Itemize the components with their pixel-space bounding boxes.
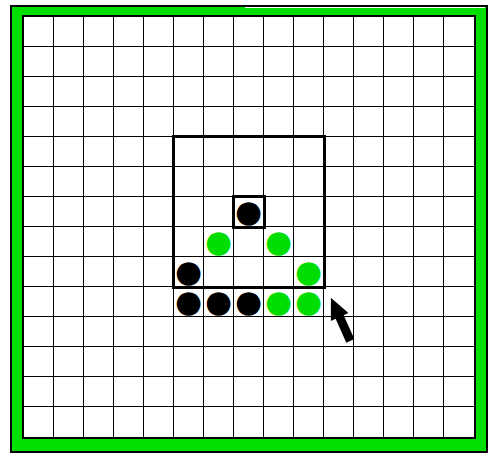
board-cell[interactable]: [54, 167, 84, 197]
board-cell[interactable]: [294, 377, 324, 407]
board-cell[interactable]: [144, 407, 174, 437]
board-cell[interactable]: [414, 377, 444, 407]
board-cell[interactable]: [54, 77, 84, 107]
green-stone: ●: [294, 285, 323, 315]
board-cell[interactable]: [234, 317, 264, 347]
green-stone: ●: [264, 225, 293, 255]
board-cell[interactable]: [24, 227, 54, 257]
board-cell[interactable]: [384, 407, 414, 437]
board-cell[interactable]: [264, 377, 294, 407]
board-cell[interactable]: [444, 407, 474, 437]
board-cell[interactable]: [324, 47, 354, 77]
board-cell[interactable]: [444, 47, 474, 77]
board-cell[interactable]: [114, 317, 144, 347]
board-cell[interactable]: [84, 77, 114, 107]
board-cell[interactable]: [324, 197, 354, 227]
board-cell[interactable]: [174, 167, 204, 197]
board-cell[interactable]: [84, 227, 114, 257]
board-cell[interactable]: [204, 347, 234, 377]
board-cell[interactable]: [354, 197, 384, 227]
board-cell[interactable]: [414, 137, 444, 167]
board-cell[interactable]: [234, 107, 264, 137]
board-cell[interactable]: [84, 17, 114, 47]
board-cell[interactable]: [294, 407, 324, 437]
board-cell[interactable]: [174, 377, 204, 407]
board-cell[interactable]: [54, 347, 84, 377]
board-cell[interactable]: [234, 227, 264, 257]
board-cell[interactable]: ●: [234, 197, 264, 227]
board-cell[interactable]: [354, 167, 384, 197]
board-cell[interactable]: [204, 107, 234, 137]
board-cell[interactable]: [114, 107, 144, 137]
board-cell[interactable]: [54, 377, 84, 407]
board-cell[interactable]: [384, 17, 414, 47]
board-cell[interactable]: [324, 137, 354, 167]
board-cell[interactable]: [114, 17, 144, 47]
board-cell[interactable]: [174, 47, 204, 77]
board-cell[interactable]: [444, 167, 474, 197]
board-cell[interactable]: [234, 347, 264, 377]
board-cell[interactable]: [114, 47, 144, 77]
board-cell[interactable]: [174, 77, 204, 107]
board-cell[interactable]: [384, 47, 414, 77]
board-cell[interactable]: [204, 77, 234, 107]
board-cell[interactable]: [114, 407, 144, 437]
board-cell[interactable]: [414, 167, 444, 197]
board-cell[interactable]: [144, 137, 174, 167]
board-cell[interactable]: [354, 257, 384, 287]
board-cell[interactable]: [24, 167, 54, 197]
board-cell[interactable]: [264, 17, 294, 47]
board-cell[interactable]: [54, 287, 84, 317]
board-cell[interactable]: [84, 287, 114, 317]
board-cell[interactable]: [54, 107, 84, 137]
board-cell[interactable]: [84, 377, 114, 407]
board-cell[interactable]: [324, 317, 354, 347]
board-cell[interactable]: ●: [294, 287, 324, 317]
board-cell[interactable]: [294, 77, 324, 107]
board-cell[interactable]: [144, 347, 174, 377]
board-cell[interactable]: [144, 197, 174, 227]
board-cell[interactable]: [204, 317, 234, 347]
board-cell[interactable]: [414, 407, 444, 437]
green-stone: ●: [264, 285, 293, 315]
board-cell[interactable]: [144, 227, 174, 257]
board-cell[interactable]: [384, 227, 414, 257]
board-cell[interactable]: [144, 77, 174, 107]
board-cell[interactable]: [414, 17, 444, 47]
board-cell[interactable]: [24, 287, 54, 317]
board-cell[interactable]: [444, 137, 474, 167]
board-cell[interactable]: [24, 17, 54, 47]
board-cell[interactable]: [204, 167, 234, 197]
board-cell[interactable]: [24, 77, 54, 107]
board-cell[interactable]: [324, 287, 354, 317]
board-cell[interactable]: [54, 197, 84, 227]
board-cell[interactable]: [114, 377, 144, 407]
board-cell[interactable]: [84, 137, 114, 167]
board-cell[interactable]: [174, 137, 204, 167]
board-cell[interactable]: [354, 287, 384, 317]
board-cell[interactable]: ●: [264, 287, 294, 317]
board-cell[interactable]: [354, 317, 384, 347]
board-cell[interactable]: [354, 17, 384, 47]
board-cell[interactable]: [294, 17, 324, 47]
board-cell[interactable]: [324, 347, 354, 377]
board-cell[interactable]: [234, 377, 264, 407]
board-cell[interactable]: [294, 47, 324, 77]
board-cell[interactable]: [234, 77, 264, 107]
board-cell[interactable]: ●: [174, 287, 204, 317]
board-cell[interactable]: [54, 317, 84, 347]
board-cell[interactable]: [24, 197, 54, 227]
board-cell[interactable]: [324, 107, 354, 137]
board-cell[interactable]: [114, 227, 144, 257]
board-cell[interactable]: [444, 197, 474, 227]
board-cell[interactable]: [144, 167, 174, 197]
board-cell[interactable]: [444, 107, 474, 137]
board-cell[interactable]: [444, 347, 474, 377]
board-cell[interactable]: [114, 197, 144, 227]
board-cell[interactable]: [54, 227, 84, 257]
board-cell[interactable]: [144, 47, 174, 77]
board-cell[interactable]: [84, 197, 114, 227]
board-cell[interactable]: [354, 107, 384, 137]
board-cell[interactable]: [114, 287, 144, 317]
board-cell[interactable]: [84, 317, 114, 347]
board-cell[interactable]: [204, 47, 234, 77]
board-cell[interactable]: [174, 407, 204, 437]
board-cell[interactable]: [54, 257, 84, 287]
board-cell[interactable]: [204, 407, 234, 437]
board-cell[interactable]: [24, 257, 54, 287]
board-cell[interactable]: [24, 47, 54, 77]
board-cell[interactable]: [84, 107, 114, 137]
black-stone: ●: [174, 255, 203, 285]
board-cell[interactable]: [204, 137, 234, 167]
board-cell[interactable]: [84, 47, 114, 77]
board-cell[interactable]: [264, 167, 294, 197]
board-cell[interactable]: [444, 77, 474, 107]
board-cell[interactable]: [414, 197, 444, 227]
board-cell[interactable]: [144, 257, 174, 287]
board-cell[interactable]: [384, 257, 414, 287]
board-cell[interactable]: [84, 257, 114, 287]
board-cell[interactable]: [414, 227, 444, 257]
board-cell[interactable]: [294, 137, 324, 167]
board-cell[interactable]: [264, 317, 294, 347]
board-cell[interactable]: [24, 347, 54, 377]
board-cell[interactable]: [384, 377, 414, 407]
board-cell[interactable]: [264, 47, 294, 77]
board-cell[interactable]: [414, 347, 444, 377]
board-cell[interactable]: [384, 77, 414, 107]
board-cell[interactable]: [24, 137, 54, 167]
board-cell[interactable]: [174, 17, 204, 47]
board-cell[interactable]: [264, 347, 294, 377]
green-stone: ●: [204, 225, 233, 255]
board-cell[interactable]: [294, 167, 324, 197]
board-cell[interactable]: [114, 167, 144, 197]
board-cell[interactable]: [324, 167, 354, 197]
board-cell[interactable]: [204, 377, 234, 407]
board-cell[interactable]: [414, 317, 444, 347]
black-stone: ●: [234, 195, 263, 225]
board-cell[interactable]: [54, 407, 84, 437]
board-cell[interactable]: [444, 377, 474, 407]
board-cell[interactable]: [414, 77, 444, 107]
board-cell[interactable]: [174, 197, 204, 227]
board-cell[interactable]: [54, 17, 84, 47]
board-cell[interactable]: [234, 407, 264, 437]
board-cell[interactable]: [384, 317, 414, 347]
board-cell[interactable]: [234, 17, 264, 47]
board-cell[interactable]: [144, 17, 174, 47]
board-cell[interactable]: [144, 107, 174, 137]
frame-artifact-line: [245, 7, 485, 8]
board-cell[interactable]: [114, 77, 144, 107]
board-cell[interactable]: [174, 347, 204, 377]
board-cell[interactable]: [444, 287, 474, 317]
board-cell[interactable]: [174, 107, 204, 137]
app-window: ●●●●●●●●●●: [0, 0, 490, 458]
board-cell[interactable]: [294, 107, 324, 137]
board-cell[interactable]: [354, 377, 384, 407]
board-grid[interactable]: ●●●●●●●●●●: [22, 15, 476, 439]
board-cell[interactable]: [264, 407, 294, 437]
board-cell[interactable]: [324, 407, 354, 437]
board-cell[interactable]: [84, 347, 114, 377]
board-cell[interactable]: [444, 17, 474, 47]
board-cell[interactable]: [384, 347, 414, 377]
board-cell[interactable]: [324, 257, 354, 287]
board-cell[interactable]: [384, 287, 414, 317]
board-cell[interactable]: [24, 317, 54, 347]
board-cell[interactable]: [354, 77, 384, 107]
board-cell[interactable]: [54, 47, 84, 77]
board-cell[interactable]: [234, 137, 264, 167]
board-cell[interactable]: [384, 107, 414, 137]
board-cell[interactable]: [324, 17, 354, 47]
board-cell[interactable]: [264, 137, 294, 167]
board-cell[interactable]: [414, 107, 444, 137]
board-cell[interactable]: [414, 47, 444, 77]
board-cell[interactable]: [24, 407, 54, 437]
board-cell[interactable]: [354, 407, 384, 437]
board-cell[interactable]: [24, 377, 54, 407]
board-cell[interactable]: [204, 17, 234, 47]
board-cell[interactable]: ●: [204, 227, 234, 257]
board-cell[interactable]: [324, 77, 354, 107]
board-cell[interactable]: [84, 167, 114, 197]
board-cell[interactable]: [414, 287, 444, 317]
board-cell[interactable]: [264, 77, 294, 107]
board-cell[interactable]: [114, 347, 144, 377]
board-cell[interactable]: [384, 197, 414, 227]
board-cell[interactable]: [234, 47, 264, 77]
board-cell[interactable]: [444, 257, 474, 287]
board-cell[interactable]: [324, 377, 354, 407]
board-cell[interactable]: [144, 317, 174, 347]
black-stone: ●: [234, 285, 263, 315]
board-cell[interactable]: [354, 47, 384, 77]
board-cell[interactable]: [444, 317, 474, 347]
board-cell[interactable]: [84, 407, 114, 437]
board-cells: ●●●●●●●●●●: [24, 17, 474, 437]
board-cell[interactable]: [354, 347, 384, 377]
board-cell[interactable]: [384, 167, 414, 197]
board-cell[interactable]: ●: [234, 287, 264, 317]
board-cell[interactable]: [324, 227, 354, 257]
board-cell[interactable]: [144, 287, 174, 317]
green-stone: ●: [294, 255, 323, 285]
board-cell[interactable]: [114, 137, 144, 167]
board-cell[interactable]: [354, 227, 384, 257]
board-cell[interactable]: ●: [204, 287, 234, 317]
board-cell[interactable]: [384, 137, 414, 167]
board-frame: ●●●●●●●●●●: [10, 5, 488, 453]
black-stone: ●: [174, 285, 203, 315]
board-cell[interactable]: [294, 347, 324, 377]
black-stone: ●: [204, 285, 233, 315]
board-cell[interactable]: [354, 137, 384, 167]
board-cell[interactable]: [294, 197, 324, 227]
board-cell[interactable]: [414, 257, 444, 287]
board-cell[interactable]: [294, 317, 324, 347]
board-cell[interactable]: [444, 227, 474, 257]
board-cell[interactable]: [174, 317, 204, 347]
board-cell[interactable]: [264, 107, 294, 137]
board-cell[interactable]: [54, 137, 84, 167]
board-cell[interactable]: ●: [264, 227, 294, 257]
board-cell[interactable]: [24, 107, 54, 137]
board-cell[interactable]: [114, 257, 144, 287]
board-cell[interactable]: [144, 377, 174, 407]
